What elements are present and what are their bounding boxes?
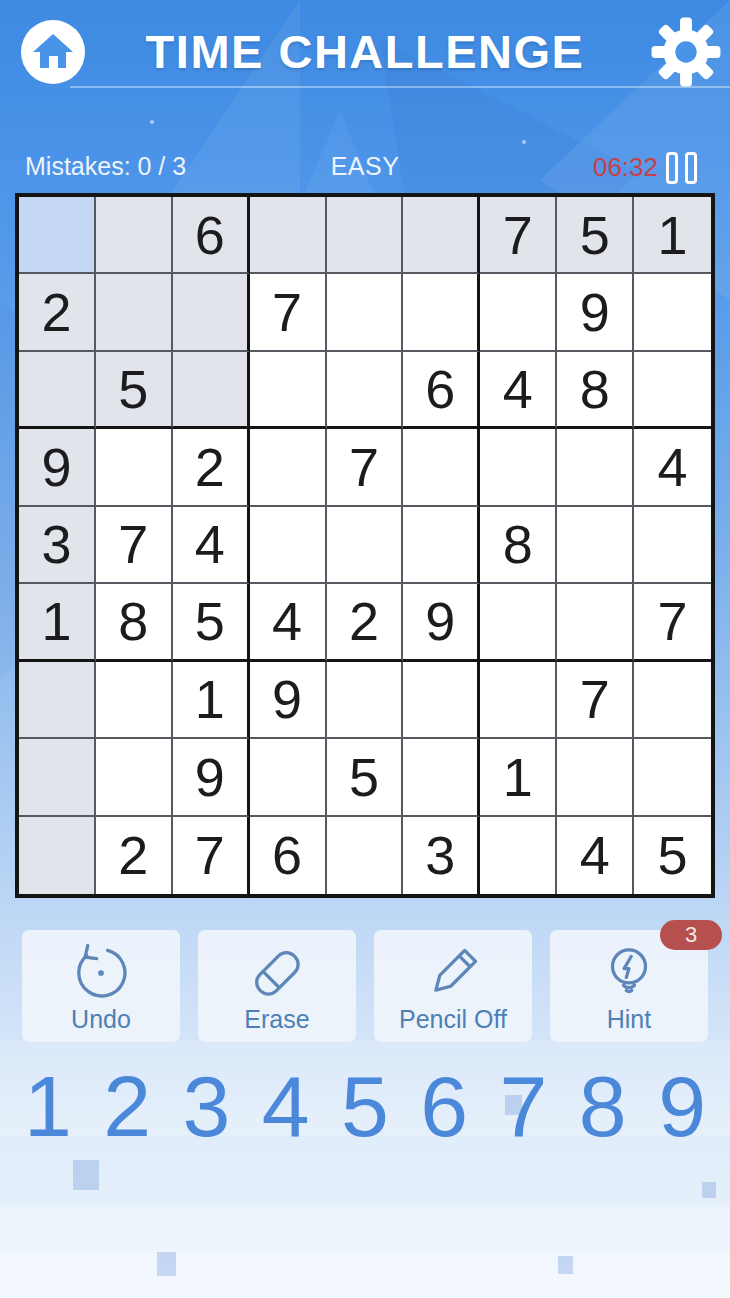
- undo-button[interactable]: Undo: [22, 930, 180, 1042]
- cell-r7c5[interactable]: [327, 662, 404, 739]
- cell-r7c1[interactable]: [19, 662, 96, 739]
- erase-button[interactable]: Erase: [198, 930, 356, 1042]
- cell-r3c7[interactable]: 4: [480, 352, 557, 429]
- cell-r6c1[interactable]: 1: [19, 584, 96, 661]
- cell-r7c4[interactable]: 9: [250, 662, 327, 739]
- decor-square: [73, 1160, 99, 1190]
- hint-label: Hint: [607, 1005, 651, 1034]
- cell-r1c3[interactable]: 6: [173, 197, 250, 274]
- cell-r6c7[interactable]: [480, 584, 557, 661]
- numpad-key-6[interactable]: 6: [420, 1063, 468, 1149]
- cell-r4c8[interactable]: [557, 429, 634, 506]
- cell-r2c5[interactable]: [327, 274, 404, 351]
- cell-r5c8[interactable]: [557, 507, 634, 584]
- cell-r3c3[interactable]: [173, 352, 250, 429]
- cell-r4c2[interactable]: [96, 429, 173, 506]
- pause-icon: [685, 152, 697, 184]
- cell-r4c5[interactable]: 7: [327, 429, 404, 506]
- cell-r9c3[interactable]: 7: [173, 817, 250, 894]
- status-bar: Mistakes: 0 / 3 EASY 06:32: [0, 150, 730, 186]
- numpad-key-5[interactable]: 5: [341, 1063, 389, 1149]
- decor-square: [558, 1256, 573, 1274]
- numpad-key-2[interactable]: 2: [103, 1063, 151, 1149]
- cell-r5c5[interactable]: [327, 507, 404, 584]
- decor-dot: [522, 140, 526, 144]
- cell-r9c8[interactable]: 4: [557, 817, 634, 894]
- hint-bulb-icon: [596, 940, 662, 1006]
- cell-r7c8[interactable]: 7: [557, 662, 634, 739]
- cell-r1c9[interactable]: 1: [634, 197, 711, 274]
- cell-r2c6[interactable]: [403, 274, 480, 351]
- cell-r8c3[interactable]: 9: [173, 739, 250, 816]
- cell-r4c6[interactable]: [403, 429, 480, 506]
- cell-r9c5[interactable]: [327, 817, 404, 894]
- hint-count-badge: 3: [660, 920, 722, 950]
- settings-button[interactable]: [648, 14, 724, 90]
- cell-r1c4[interactable]: [250, 197, 327, 274]
- cell-r8c8[interactable]: [557, 739, 634, 816]
- cell-r8c6[interactable]: [403, 739, 480, 816]
- undo-label: Undo: [71, 1005, 131, 1034]
- cell-r1c8[interactable]: 5: [557, 197, 634, 274]
- cell-r5c4[interactable]: [250, 507, 327, 584]
- pencil-icon: [420, 940, 486, 1006]
- cell-r6c8[interactable]: [557, 584, 634, 661]
- decor-band: [0, 1205, 730, 1250]
- cell-r7c2[interactable]: [96, 662, 173, 739]
- numpad-key-8[interactable]: 8: [579, 1063, 627, 1149]
- cell-r5c3[interactable]: 4: [173, 507, 250, 584]
- cell-r2c7[interactable]: [480, 274, 557, 351]
- cell-r9c6[interactable]: 3: [403, 817, 480, 894]
- cell-r8c9[interactable]: [634, 739, 711, 816]
- cell-r1c5[interactable]: [327, 197, 404, 274]
- numpad-key-3[interactable]: 3: [183, 1063, 231, 1149]
- cell-r2c1[interactable]: 2: [19, 274, 96, 351]
- number-pad: 123456789: [0, 1056, 730, 1156]
- decor-band: [0, 1250, 730, 1298]
- cell-r8c2[interactable]: [96, 739, 173, 816]
- pause-button[interactable]: [666, 150, 704, 186]
- app-screen: TIME CHALLENGE Mistakes: 0 / 3: [0, 0, 730, 1298]
- decor-square: [157, 1252, 176, 1276]
- cell-r4c3[interactable]: 2: [173, 429, 250, 506]
- cell-r6c6[interactable]: 9: [403, 584, 480, 661]
- pencil-label: Pencil Off: [399, 1005, 507, 1034]
- cell-r2c2[interactable]: [96, 274, 173, 351]
- cell-r7c3[interactable]: 1: [173, 662, 250, 739]
- cell-r8c4[interactable]: [250, 739, 327, 816]
- cell-r7c6[interactable]: [403, 662, 480, 739]
- cell-r4c1[interactable]: 9: [19, 429, 96, 506]
- pencil-button[interactable]: Pencil Off: [374, 930, 532, 1042]
- sudoku-board: 67512795648927437481854297197951276345: [15, 193, 715, 898]
- hint-button[interactable]: 3 Hint: [550, 930, 708, 1042]
- cell-r4c9[interactable]: 4: [634, 429, 711, 506]
- cell-r7c9[interactable]: [634, 662, 711, 739]
- cell-r1c2[interactable]: [96, 197, 173, 274]
- cell-r5c7[interactable]: 8: [480, 507, 557, 584]
- cell-r2c4[interactable]: 7: [250, 274, 327, 351]
- cell-r8c7[interactable]: 1: [480, 739, 557, 816]
- cell-r3c9[interactable]: [634, 352, 711, 429]
- numpad-key-7[interactable]: 7: [500, 1063, 548, 1149]
- cell-r9c2[interactable]: 2: [96, 817, 173, 894]
- cell-r3c8[interactable]: 8: [557, 352, 634, 429]
- eraser-icon: [244, 940, 310, 1006]
- cell-r6c3[interactable]: 5: [173, 584, 250, 661]
- numpad-key-9[interactable]: 9: [658, 1063, 706, 1149]
- cell-r6c9[interactable]: 7: [634, 584, 711, 661]
- cell-r4c4[interactable]: [250, 429, 327, 506]
- cell-r6c5[interactable]: 2: [327, 584, 404, 661]
- cell-r3c4[interactable]: [250, 352, 327, 429]
- numpad-key-4[interactable]: 4: [262, 1063, 310, 1149]
- cell-r3c2[interactable]: 5: [96, 352, 173, 429]
- page-title: TIME CHALLENGE: [0, 24, 730, 79]
- cell-r9c1[interactable]: [19, 817, 96, 894]
- cell-r5c1[interactable]: 3: [19, 507, 96, 584]
- cell-r4c7[interactable]: [480, 429, 557, 506]
- decor-square: [702, 1182, 716, 1198]
- toolbar: Undo Erase Pencil Off 3: [22, 930, 708, 1042]
- cell-r2c8[interactable]: 9: [557, 274, 634, 351]
- cell-r5c6[interactable]: [403, 507, 480, 584]
- cell-r5c9[interactable]: [634, 507, 711, 584]
- cell-r2c9[interactable]: [634, 274, 711, 351]
- erase-label: Erase: [244, 1005, 309, 1034]
- cell-r1c7[interactable]: 7: [480, 197, 557, 274]
- undo-icon: [68, 940, 134, 1006]
- pause-icon: [666, 152, 678, 184]
- cell-r8c1[interactable]: [19, 739, 96, 816]
- cell-r9c7[interactable]: [480, 817, 557, 894]
- cell-r5c2[interactable]: 7: [96, 507, 173, 584]
- cell-r3c6[interactable]: 6: [403, 352, 480, 429]
- cell-r7c7[interactable]: [480, 662, 557, 739]
- gear-icon: [648, 14, 724, 90]
- cell-r9c4[interactable]: 6: [250, 817, 327, 894]
- cell-r1c6[interactable]: [403, 197, 480, 274]
- cell-r9c9[interactable]: 5: [634, 817, 711, 894]
- cell-r3c5[interactable]: [327, 352, 404, 429]
- decor-dot: [150, 120, 154, 124]
- cell-r8c5[interactable]: 5: [327, 739, 404, 816]
- cell-r6c4[interactable]: 4: [250, 584, 327, 661]
- cell-r1c1[interactable]: [19, 197, 96, 274]
- header-divider: [70, 86, 730, 88]
- cell-r2c3[interactable]: [173, 274, 250, 351]
- cell-r3c1[interactable]: [19, 352, 96, 429]
- cell-r6c2[interactable]: 8: [96, 584, 173, 661]
- timer: 06:32: [593, 152, 658, 183]
- numpad-key-1[interactable]: 1: [24, 1063, 72, 1149]
